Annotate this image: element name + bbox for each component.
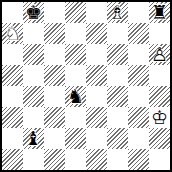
black-rook-icon: ♜ xyxy=(149,2,170,23)
white-bishop-icon: ♗ xyxy=(107,2,128,23)
square-b7[interactable] xyxy=(23,23,44,44)
square-g4[interactable] xyxy=(128,86,149,107)
square-c7[interactable] xyxy=(44,23,65,44)
square-c1[interactable] xyxy=(44,149,65,170)
square-d8[interactable] xyxy=(65,2,86,23)
square-h5[interactable] xyxy=(149,65,170,86)
piece-white-king-h3[interactable]: ♚♔ xyxy=(149,107,170,128)
square-e8[interactable] xyxy=(86,2,107,23)
piece-black-knight-d4[interactable]: ♞♞ xyxy=(65,86,86,107)
square-d2[interactable] xyxy=(65,128,86,149)
black-bishop-icon: ♝ xyxy=(23,128,44,149)
white-king-icon: ♔ xyxy=(149,107,170,128)
square-d7[interactable] xyxy=(65,23,86,44)
square-h1[interactable] xyxy=(149,149,170,170)
square-e1[interactable] xyxy=(86,149,107,170)
square-e7[interactable] xyxy=(86,23,107,44)
piece-white-bishop-f8[interactable]: ♝♗ xyxy=(107,2,128,23)
piece-white-pawn-h6[interactable]: ♟♙ xyxy=(149,44,170,65)
square-g7[interactable] xyxy=(128,23,149,44)
square-c8[interactable] xyxy=(44,2,65,23)
piece-black-rook-h8[interactable]: ♜♜ xyxy=(149,2,170,23)
square-a4[interactable] xyxy=(2,86,23,107)
piece-black-king-b8[interactable]: ♚♚ xyxy=(23,2,44,23)
square-b4[interactable] xyxy=(23,86,44,107)
piece-white-knight-a7[interactable]: ♞♘ xyxy=(2,23,23,44)
square-f6[interactable] xyxy=(107,44,128,65)
square-a2[interactable] xyxy=(2,128,23,149)
square-b1[interactable] xyxy=(23,149,44,170)
square-h3[interactable]: ♚♔ xyxy=(149,107,170,128)
square-d1[interactable] xyxy=(65,149,86,170)
square-g8[interactable] xyxy=(128,2,149,23)
square-a5[interactable] xyxy=(2,65,23,86)
square-h6[interactable]: ♟♙ xyxy=(149,44,170,65)
square-h2[interactable] xyxy=(149,128,170,149)
square-f4[interactable] xyxy=(107,86,128,107)
square-b8[interactable]: ♚♚ xyxy=(23,2,44,23)
square-g1[interactable] xyxy=(128,149,149,170)
square-e4[interactable] xyxy=(86,86,107,107)
square-e5[interactable] xyxy=(86,65,107,86)
square-c2[interactable] xyxy=(44,128,65,149)
black-knight-icon: ♞ xyxy=(65,86,86,107)
square-c4[interactable] xyxy=(44,86,65,107)
square-f8[interactable]: ♝♗ xyxy=(107,2,128,23)
piece-black-bishop-b2[interactable]: ♝♝ xyxy=(23,128,44,149)
square-c5[interactable] xyxy=(44,65,65,86)
square-f1[interactable] xyxy=(107,149,128,170)
square-f7[interactable] xyxy=(107,23,128,44)
square-a1[interactable] xyxy=(2,149,23,170)
square-e3[interactable] xyxy=(86,107,107,128)
chess-board: ♚♚♝♗♜♜♞♘♟♙♞♞♚♔♝♝ xyxy=(0,0,172,172)
white-knight-icon: ♘ xyxy=(2,23,23,44)
square-a6[interactable] xyxy=(2,44,23,65)
square-c6[interactable] xyxy=(44,44,65,65)
square-b6[interactable] xyxy=(23,44,44,65)
square-c3[interactable] xyxy=(44,107,65,128)
square-a7[interactable]: ♞♘ xyxy=(2,23,23,44)
square-g2[interactable] xyxy=(128,128,149,149)
square-b5[interactable] xyxy=(23,65,44,86)
square-a3[interactable] xyxy=(2,107,23,128)
square-e2[interactable] xyxy=(86,128,107,149)
white-pawn-icon: ♙ xyxy=(149,44,170,65)
black-king-icon: ♚ xyxy=(23,2,44,23)
square-f3[interactable] xyxy=(107,107,128,128)
square-d3[interactable] xyxy=(65,107,86,128)
square-f2[interactable] xyxy=(107,128,128,149)
square-b2[interactable]: ♝♝ xyxy=(23,128,44,149)
square-g5[interactable] xyxy=(128,65,149,86)
square-f5[interactable] xyxy=(107,65,128,86)
square-g3[interactable] xyxy=(128,107,149,128)
square-e6[interactable] xyxy=(86,44,107,65)
square-d6[interactable] xyxy=(65,44,86,65)
square-d4[interactable]: ♞♞ xyxy=(65,86,86,107)
square-g6[interactable] xyxy=(128,44,149,65)
square-h8[interactable]: ♜♜ xyxy=(149,2,170,23)
